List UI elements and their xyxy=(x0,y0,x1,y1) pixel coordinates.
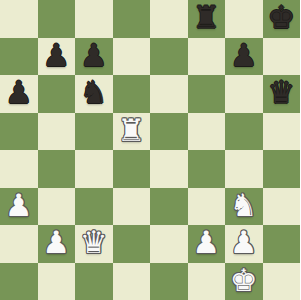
square-g7[interactable]: ♟ xyxy=(225,38,263,76)
square-f3[interactable] xyxy=(188,188,226,226)
square-a4[interactable] xyxy=(0,150,38,188)
square-f8[interactable]: ♜ xyxy=(188,0,226,38)
square-f4[interactable] xyxy=(188,150,226,188)
square-h1[interactable] xyxy=(263,263,301,300)
piece-black-pawn[interactable]: ♟ xyxy=(80,40,108,71)
square-b2[interactable]: ♟ xyxy=(38,225,76,263)
square-b8[interactable] xyxy=(38,0,76,38)
square-a8[interactable] xyxy=(0,0,38,38)
square-h8[interactable]: ♚ xyxy=(263,0,301,38)
square-c3[interactable] xyxy=(75,188,113,226)
piece-black-rook[interactable]: ♜ xyxy=(192,2,220,33)
piece-white-king[interactable]: ♚ xyxy=(230,265,258,296)
piece-white-knight[interactable]: ♞ xyxy=(230,190,258,221)
square-e8[interactable] xyxy=(150,0,188,38)
square-h3[interactable] xyxy=(263,188,301,226)
square-c5[interactable] xyxy=(75,113,113,151)
square-g4[interactable] xyxy=(225,150,263,188)
piece-black-queen[interactable]: ♛ xyxy=(267,77,295,108)
square-h4[interactable] xyxy=(263,150,301,188)
square-e3[interactable] xyxy=(150,188,188,226)
square-h6[interactable]: ♛ xyxy=(263,75,301,113)
square-c8[interactable] xyxy=(75,0,113,38)
square-a1[interactable] xyxy=(0,263,38,300)
square-e5[interactable] xyxy=(150,113,188,151)
square-h7[interactable] xyxy=(263,38,301,76)
square-f2[interactable]: ♟ xyxy=(188,225,226,263)
piece-black-pawn[interactable]: ♟ xyxy=(42,40,70,71)
piece-black-king[interactable]: ♚ xyxy=(267,2,295,33)
square-d8[interactable] xyxy=(113,0,151,38)
square-a2[interactable] xyxy=(0,225,38,263)
square-e6[interactable] xyxy=(150,75,188,113)
square-f5[interactable] xyxy=(188,113,226,151)
square-g8[interactable] xyxy=(225,0,263,38)
piece-black-pawn[interactable]: ♟ xyxy=(230,40,258,71)
square-f7[interactable] xyxy=(188,38,226,76)
piece-white-pawn[interactable]: ♟ xyxy=(192,227,220,258)
square-e7[interactable] xyxy=(150,38,188,76)
square-c1[interactable] xyxy=(75,263,113,300)
square-d7[interactable] xyxy=(113,38,151,76)
piece-black-pawn[interactable]: ♟ xyxy=(5,77,33,108)
square-c7[interactable]: ♟ xyxy=(75,38,113,76)
piece-white-rook[interactable]: ♜ xyxy=(117,115,145,146)
square-b3[interactable] xyxy=(38,188,76,226)
square-c2[interactable]: ♛ xyxy=(75,225,113,263)
square-b6[interactable] xyxy=(38,75,76,113)
square-b4[interactable] xyxy=(38,150,76,188)
square-d3[interactable] xyxy=(113,188,151,226)
square-d6[interactable] xyxy=(113,75,151,113)
piece-white-pawn[interactable]: ♟ xyxy=(5,190,33,221)
square-d1[interactable] xyxy=(113,263,151,300)
square-f1[interactable] xyxy=(188,263,226,300)
square-g2[interactable]: ♟ xyxy=(225,225,263,263)
square-h2[interactable] xyxy=(263,225,301,263)
square-d5[interactable]: ♜ xyxy=(113,113,151,151)
square-a6[interactable]: ♟ xyxy=(0,75,38,113)
square-c4[interactable] xyxy=(75,150,113,188)
square-b1[interactable] xyxy=(38,263,76,300)
piece-white-queen[interactable]: ♛ xyxy=(80,227,108,258)
piece-white-pawn[interactable]: ♟ xyxy=(230,227,258,258)
piece-white-pawn[interactable]: ♟ xyxy=(42,227,70,258)
square-f6[interactable] xyxy=(188,75,226,113)
square-e1[interactable] xyxy=(150,263,188,300)
square-e4[interactable] xyxy=(150,150,188,188)
chess-board: ♜♚♟♟♟♟♞♛♜♟♞♟♛♟♟♚ xyxy=(0,0,300,300)
chess-board-container: ♜♚♟♟♟♟♞♛♜♟♞♟♛♟♟♚ xyxy=(0,0,300,300)
square-a7[interactable] xyxy=(0,38,38,76)
square-g6[interactable] xyxy=(225,75,263,113)
square-g5[interactable] xyxy=(225,113,263,151)
square-g1[interactable]: ♚ xyxy=(225,263,263,300)
square-a5[interactable] xyxy=(0,113,38,151)
square-d4[interactable] xyxy=(113,150,151,188)
square-h5[interactable] xyxy=(263,113,301,151)
square-b5[interactable] xyxy=(38,113,76,151)
square-a3[interactable]: ♟ xyxy=(0,188,38,226)
square-e2[interactable] xyxy=(150,225,188,263)
square-c6[interactable]: ♞ xyxy=(75,75,113,113)
square-g3[interactable]: ♞ xyxy=(225,188,263,226)
square-d2[interactable] xyxy=(113,225,151,263)
piece-black-knight[interactable]: ♞ xyxy=(80,77,108,108)
square-b7[interactable]: ♟ xyxy=(38,38,76,76)
